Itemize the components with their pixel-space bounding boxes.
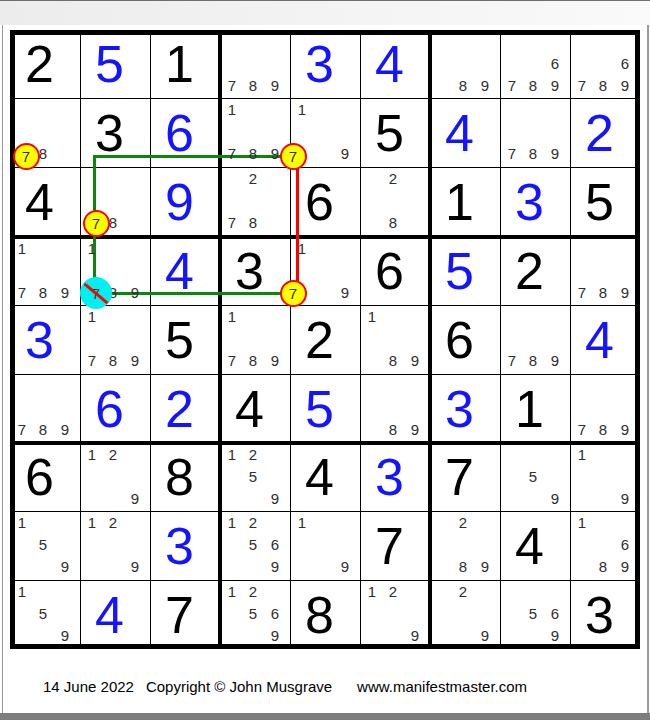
window-frame-left bbox=[2, 25, 3, 713]
chain-node-r3c2: 7 bbox=[83, 210, 110, 237]
chain-node-r4c5: 7 bbox=[280, 280, 307, 307]
chain-node-r2c5: 7 bbox=[280, 143, 307, 170]
chain-markers-layer: 77777 bbox=[10, 30, 640, 649]
footer-date: 14 June 2022 bbox=[43, 678, 134, 695]
footer-caption: 14 June 2022Copyright © John Musgravewww… bbox=[43, 678, 527, 695]
window-frame-bottom bbox=[0, 713, 650, 720]
footer-copyright: Copyright © John Musgrave bbox=[146, 678, 332, 695]
window-titlebar bbox=[0, 0, 650, 25]
sudoku-board[interactable]: 2517893489678967898361789195478924892786… bbox=[10, 30, 640, 649]
footer-website: www.manifestmaster.com bbox=[357, 678, 527, 695]
chain-node-r2c1: 7 bbox=[13, 143, 40, 170]
window-frame-right bbox=[647, 25, 649, 713]
